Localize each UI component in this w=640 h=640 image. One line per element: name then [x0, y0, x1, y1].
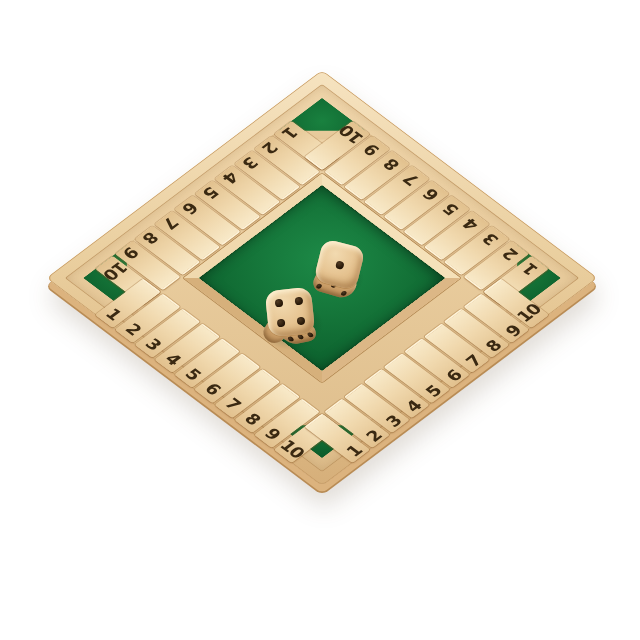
tile-number: 9	[502, 323, 524, 340]
tile-number: 5	[423, 383, 445, 400]
tile-number: 4	[219, 169, 241, 186]
tile-number: 8	[482, 338, 504, 355]
tile-number: 4	[162, 351, 184, 368]
tile-number: 7	[160, 214, 182, 231]
tile-number: 1	[343, 443, 365, 460]
tile-number: 1	[519, 261, 541, 278]
tile-number: 6	[442, 368, 464, 385]
tile-number: 3	[239, 154, 261, 171]
die-pip	[335, 260, 345, 270]
tile-number: 1	[279, 124, 301, 141]
product-photo-stage: 12345678910 10987654321 12345678910 1098…	[0, 0, 640, 640]
die-pip	[295, 296, 304, 305]
die-pip	[287, 336, 295, 342]
tile-number: 3	[383, 413, 405, 430]
die-pip	[306, 332, 314, 338]
die-2[interactable]	[313, 238, 365, 290]
tile-number: 9	[361, 141, 383, 158]
tile-number: 5	[182, 366, 204, 383]
tile-number: 10	[277, 437, 308, 460]
tile-number: 5	[440, 201, 462, 218]
tile-number: 7	[400, 171, 422, 188]
tile-number: 6	[202, 381, 224, 398]
tile-number: 2	[363, 428, 385, 445]
tile-number: 5	[199, 184, 221, 201]
tile-number: 7	[222, 396, 244, 413]
tile-number: 9	[261, 426, 283, 443]
tile-number: 4	[403, 398, 425, 415]
tile-number: 7	[462, 353, 484, 370]
tile-number: 1	[102, 306, 124, 323]
tile-number: 8	[380, 156, 402, 173]
tile-number: 8	[140, 229, 162, 246]
tile-number: 2	[259, 139, 281, 156]
tile-number: 9	[120, 244, 142, 261]
tile-number: 3	[142, 336, 164, 353]
tile-number: 2	[500, 246, 522, 263]
die-pip	[277, 319, 286, 328]
tile-number: 3	[480, 231, 502, 248]
die-pip	[297, 317, 306, 326]
die-pip	[340, 290, 347, 296]
tile-number: 4	[460, 216, 482, 233]
die-1-top-face-4	[265, 287, 316, 338]
tile-number: 8	[241, 411, 263, 428]
tile-number: 6	[420, 186, 442, 203]
tile-number: 2	[122, 321, 144, 338]
tile-number: 6	[180, 199, 202, 216]
die-pip	[274, 299, 283, 308]
die-pip	[316, 283, 323, 289]
die-pip	[297, 334, 305, 340]
die-1[interactable]	[265, 287, 316, 338]
